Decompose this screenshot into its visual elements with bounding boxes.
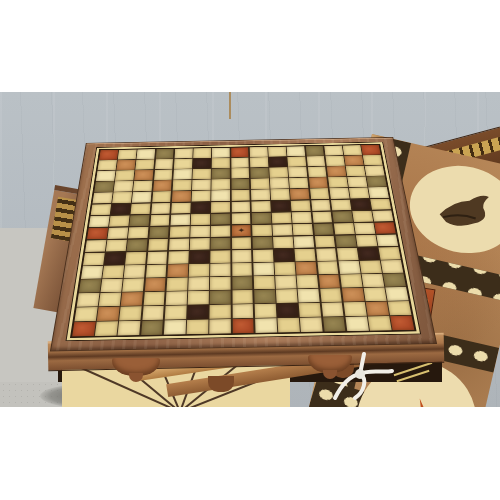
board-cell-10-6: [210, 263, 230, 276]
board-cell-7-14: [374, 222, 395, 234]
board-cell-0-3: [156, 149, 174, 159]
board-cell-7-10: [293, 224, 313, 236]
board-cell-12-8: [254, 290, 275, 304]
board-cell-13-10: [299, 303, 321, 317]
scrabble-board-assembly: ✦: [51, 138, 436, 351]
board-cell-3-9: [270, 178, 289, 189]
board-cell-13-4: [165, 306, 187, 320]
board-cell-3-6: [212, 179, 230, 190]
board-cell-12-3: [143, 292, 165, 306]
board-cell-13-11: [321, 303, 343, 317]
board-cell-7-4: [170, 226, 190, 238]
board-cell-5-2: [131, 203, 151, 214]
board-cell-4-13: [349, 188, 369, 199]
board-cell-13-14: [388, 301, 411, 315]
board-cell-8-0: [85, 240, 106, 252]
board-cell-12-11: [320, 288, 342, 302]
board-cell-10-10: [296, 262, 317, 275]
board-cell-8-4: [169, 238, 189, 250]
board-cell-4-9: [271, 189, 290, 200]
board-cell-14-10: [300, 318, 323, 332]
board-cell-0-12: [324, 146, 343, 156]
board-cell-1-8: [250, 157, 268, 167]
board-cell-7-2: [128, 227, 148, 239]
board-cell-1-13: [344, 155, 363, 165]
board-cell-7-3: [149, 226, 169, 238]
board-cell-8-8: [252, 237, 272, 249]
board-cell-8-14: [377, 234, 399, 246]
board-cell-7-0: [87, 228, 108, 240]
board-cell-1-12: [325, 156, 344, 166]
board-cell-6-8: [252, 213, 271, 224]
board-cell-10-9: [275, 262, 296, 275]
board-cell-5-6: [211, 202, 230, 213]
board-cell-9-0: [83, 253, 104, 265]
board-cell-8-3: [148, 239, 168, 251]
board-cell-3-0: [94, 181, 114, 192]
board-cell-11-9: [275, 275, 296, 288]
board-cell-2-10: [288, 167, 307, 177]
board-cell-9-8: [253, 249, 273, 261]
board-cell-2-9: [269, 167, 288, 177]
board-cell-2-8: [250, 168, 268, 178]
board-cell-5-8: [251, 201, 270, 212]
board-cell-12-10: [298, 289, 320, 303]
board-cell-9-2: [126, 252, 147, 264]
board-cell-11-0: [79, 279, 101, 292]
board-cell-9-3: [147, 251, 168, 263]
board-cell-4-12: [329, 188, 349, 199]
board-cell-0-9: [268, 147, 286, 157]
board-cell-9-7: [232, 250, 252, 262]
board-cell-0-4: [175, 148, 193, 158]
board-cell-7-12: [334, 223, 355, 235]
board-cell-10-11: [317, 261, 338, 274]
board-cell-3-10: [289, 178, 308, 189]
board-cell-13-13: [366, 302, 389, 316]
board-cell-1-1: [117, 160, 136, 170]
board-cell-4-1: [112, 192, 132, 203]
board-cell-2-12: [327, 166, 346, 176]
board-cell-8-1: [106, 240, 127, 252]
board-cell-13-3: [142, 306, 164, 320]
board-cell-2-11: [308, 167, 327, 177]
board-cell-0-7: [231, 147, 249, 157]
board-cell-10-12: [338, 261, 360, 274]
board-cell-12-4: [166, 291, 187, 305]
board-cell-8-7: [232, 237, 252, 249]
board-cell-14-7: [232, 319, 254, 333]
board-cell-12-2: [121, 292, 143, 306]
board-cell-13-9: [277, 303, 299, 317]
board-cell-11-10: [297, 275, 318, 288]
scrabble-frame: ✦: [51, 138, 436, 351]
board-cell-6-13: [352, 211, 373, 222]
board-cell-14-13: [368, 316, 391, 330]
board-cell-9-10: [295, 249, 316, 261]
board-cell-4-11: [310, 188, 330, 199]
board-cell-1-4: [174, 159, 192, 169]
board-cell-6-12: [332, 211, 352, 222]
board-cell-6-6: [211, 213, 230, 224]
board-cell-14-2: [118, 321, 141, 335]
board-cell-8-13: [356, 235, 377, 247]
scrabble-mat: ✦: [67, 142, 420, 340]
board-cell-11-4: [166, 278, 187, 291]
board-cell-14-9: [278, 318, 300, 332]
board-cell-9-5: [189, 251, 209, 263]
board-cell-11-13: [362, 274, 384, 287]
board-cell-6-2: [130, 215, 150, 226]
board-cell-13-2: [120, 306, 142, 320]
board-cell-1-9: [269, 157, 287, 167]
board-cell-11-7: [232, 276, 253, 289]
board-cell-6-1: [109, 215, 129, 226]
board-cell-10-2: [124, 265, 145, 278]
board-cell-6-10: [292, 212, 312, 223]
board-cell-0-13: [343, 145, 362, 155]
board-cell-3-1: [114, 181, 133, 192]
board-cell-7-1: [108, 227, 129, 239]
board-cell-5-7: [231, 201, 250, 212]
board-cell-6-4: [170, 214, 190, 225]
board-cell-12-7: [232, 290, 253, 304]
board-cell-9-1: [104, 252, 125, 264]
board-cell-7-6: [211, 225, 230, 237]
board-cell-5-5: [191, 202, 210, 213]
board-cell-3-12: [328, 177, 348, 188]
board-cell-14-11: [323, 317, 346, 331]
board-cell-0-11: [305, 146, 324, 156]
board-cell-2-3: [154, 170, 173, 180]
board-cell-11-14: [383, 273, 406, 286]
board-cell-9-13: [358, 247, 380, 259]
board-cell-10-1: [103, 265, 125, 278]
game-bird-icon: [426, 177, 500, 242]
board-cell-14-4: [164, 320, 186, 334]
board-cell-0-2: [137, 149, 155, 159]
board-cell-2-13: [346, 166, 366, 176]
board-cell-0-10: [287, 146, 305, 156]
board-cell-8-11: [315, 236, 336, 248]
board-cell-12-5: [188, 291, 209, 305]
board-cell-3-8: [251, 178, 270, 189]
board-cell-3-3: [153, 180, 172, 191]
board-cell-6-11: [312, 211, 332, 222]
board-cell-14-8: [255, 319, 277, 333]
board-cell-1-5: [193, 158, 211, 168]
board-cell-0-8: [250, 147, 268, 157]
hanging-string: [229, 92, 231, 119]
board-cell-4-8: [251, 190, 270, 201]
board-cell-14-6: [210, 319, 231, 333]
board-cell-2-14: [365, 166, 385, 176]
board-cell-11-2: [123, 278, 145, 291]
board-cell-12-0: [77, 293, 100, 307]
board-cell-5-14: [370, 199, 391, 210]
board-cell-0-6: [212, 148, 230, 158]
board-cell-5-11: [311, 200, 331, 211]
board-cell-10-14: [381, 260, 403, 273]
center-star: ✦: [237, 227, 245, 234]
board-cell-2-2: [135, 170, 154, 180]
board-cell-4-0: [92, 193, 112, 204]
board-cell-10-3: [146, 265, 167, 278]
board-cell-1-3: [155, 159, 173, 169]
board-cell-8-6: [211, 238, 231, 250]
board-cell-13-8: [255, 304, 277, 318]
board-cell-3-7: [231, 179, 249, 190]
board-cell-2-1: [115, 170, 134, 180]
board-cell-4-6: [212, 190, 231, 201]
board-cell-7-5: [190, 226, 210, 238]
board-cell-7-8: [252, 225, 272, 237]
board-cell-11-5: [188, 277, 209, 290]
board-cell-7-7: ✦: [232, 225, 251, 237]
board-cell-5-1: [111, 204, 131, 215]
board-cell-4-7: [231, 190, 250, 201]
board-cell-12-14: [386, 287, 409, 301]
board-cell-14-12: [345, 317, 368, 331]
board-cell-4-4: [172, 191, 191, 202]
board-cell-12-1: [99, 293, 121, 307]
board-cell-1-10: [288, 157, 307, 167]
board-cell-8-12: [335, 235, 356, 247]
board-cell-14-5: [187, 320, 209, 334]
board-cell-6-14: [372, 210, 393, 221]
board-cell-2-5: [193, 169, 211, 179]
board-cell-13-1: [97, 307, 120, 321]
board-cell-14-3: [141, 321, 163, 335]
board-cell-0-1: [118, 150, 137, 160]
board-cell-7-9: [272, 224, 292, 236]
board-cell-2-0: [96, 171, 115, 181]
board-cell-4-2: [132, 192, 151, 203]
board-cell-12-6: [210, 291, 231, 305]
board-cell-0-5: [193, 148, 211, 158]
board-cell-10-5: [189, 264, 209, 277]
board-cell-1-6: [212, 158, 230, 168]
board-cell-3-11: [309, 177, 328, 188]
board-cell-6-9: [272, 212, 292, 223]
board-cell-12-12: [342, 288, 364, 302]
board-cell-4-10: [290, 189, 309, 200]
board-cell-9-6: [211, 250, 231, 262]
board-cell-10-13: [360, 260, 382, 273]
board-cell-6-0: [89, 216, 110, 227]
board-cell-14-14: [391, 316, 415, 330]
board-cell-6-7: [232, 213, 251, 224]
board-cell-4-5: [192, 191, 211, 202]
board-cell-11-6: [210, 277, 230, 290]
board-cell-1-14: [363, 155, 383, 165]
board-cell-5-9: [271, 201, 290, 212]
board-cell-3-13: [347, 177, 367, 188]
board-cell-9-4: [168, 251, 188, 263]
board-cell-8-2: [127, 239, 148, 251]
board-cell-5-0: [91, 204, 111, 215]
board-cell-5-3: [151, 203, 170, 214]
board-cell-12-13: [364, 288, 387, 302]
board-cell-13-7: [232, 304, 253, 318]
board-cell-13-6: [210, 305, 231, 319]
board-cell-6-5: [191, 214, 210, 225]
board-cell-2-4: [173, 169, 191, 179]
bird-oval: [401, 155, 500, 263]
board-cell-3-4: [173, 180, 192, 191]
board-cell-3-14: [367, 176, 387, 187]
board-cell-1-2: [136, 159, 155, 169]
board-cell-8-9: [273, 236, 293, 248]
board-cell-5-4: [171, 202, 190, 213]
slat-bracket-1: [208, 376, 234, 392]
board-cell-9-11: [316, 248, 337, 260]
board-cell-5-10: [291, 200, 311, 211]
board-cell-11-12: [340, 274, 362, 287]
board-cell-4-14: [369, 187, 389, 198]
photo-of-game-boards: 543: [0, 0, 500, 500]
board-cell-11-11: [318, 275, 340, 288]
board-cell-13-0: [74, 307, 97, 321]
board-cell-7-11: [313, 223, 333, 235]
board-cell-3-2: [133, 181, 152, 192]
twine-string: [332, 352, 396, 406]
board-cell-8-5: [190, 238, 210, 250]
board-cell-10-4: [167, 264, 188, 277]
board-cell-8-10: [294, 236, 315, 248]
board-cell-9-12: [337, 248, 358, 260]
board-cell-14-1: [95, 322, 118, 336]
board-cell-11-1: [101, 279, 123, 292]
board-cell-10-7: [232, 263, 252, 276]
board-cell-0-14: [361, 145, 380, 155]
board-cell-13-5: [187, 305, 208, 319]
board-cell-5-13: [351, 199, 371, 210]
board-cell-2-7: [231, 168, 249, 178]
board-cell-6-3: [150, 214, 170, 225]
board-cell-5-12: [331, 199, 351, 210]
board-cell-9-9: [274, 249, 295, 261]
board-cell-11-3: [145, 278, 166, 291]
board-cell-1-11: [306, 156, 325, 166]
board-cell-0-0: [99, 150, 118, 160]
photo-area: 543: [0, 92, 500, 407]
board-cell-12-9: [276, 289, 298, 303]
board-cell-4-3: [152, 191, 171, 202]
board-cell-14-0: [72, 322, 95, 336]
board-cell-7-13: [354, 223, 375, 235]
board-cell-1-7: [231, 158, 249, 168]
board-cell-10-8: [253, 262, 274, 275]
board-cell-1-0: [98, 160, 117, 170]
board-cell-13-12: [344, 302, 367, 316]
board-cell-11-8: [254, 276, 275, 289]
board-cell-2-6: [212, 168, 230, 178]
board-cell-10-0: [81, 266, 103, 279]
board-cell-9-14: [379, 247, 401, 259]
board-cell-3-5: [192, 180, 210, 191]
scrabble-grid: ✦: [72, 145, 414, 337]
